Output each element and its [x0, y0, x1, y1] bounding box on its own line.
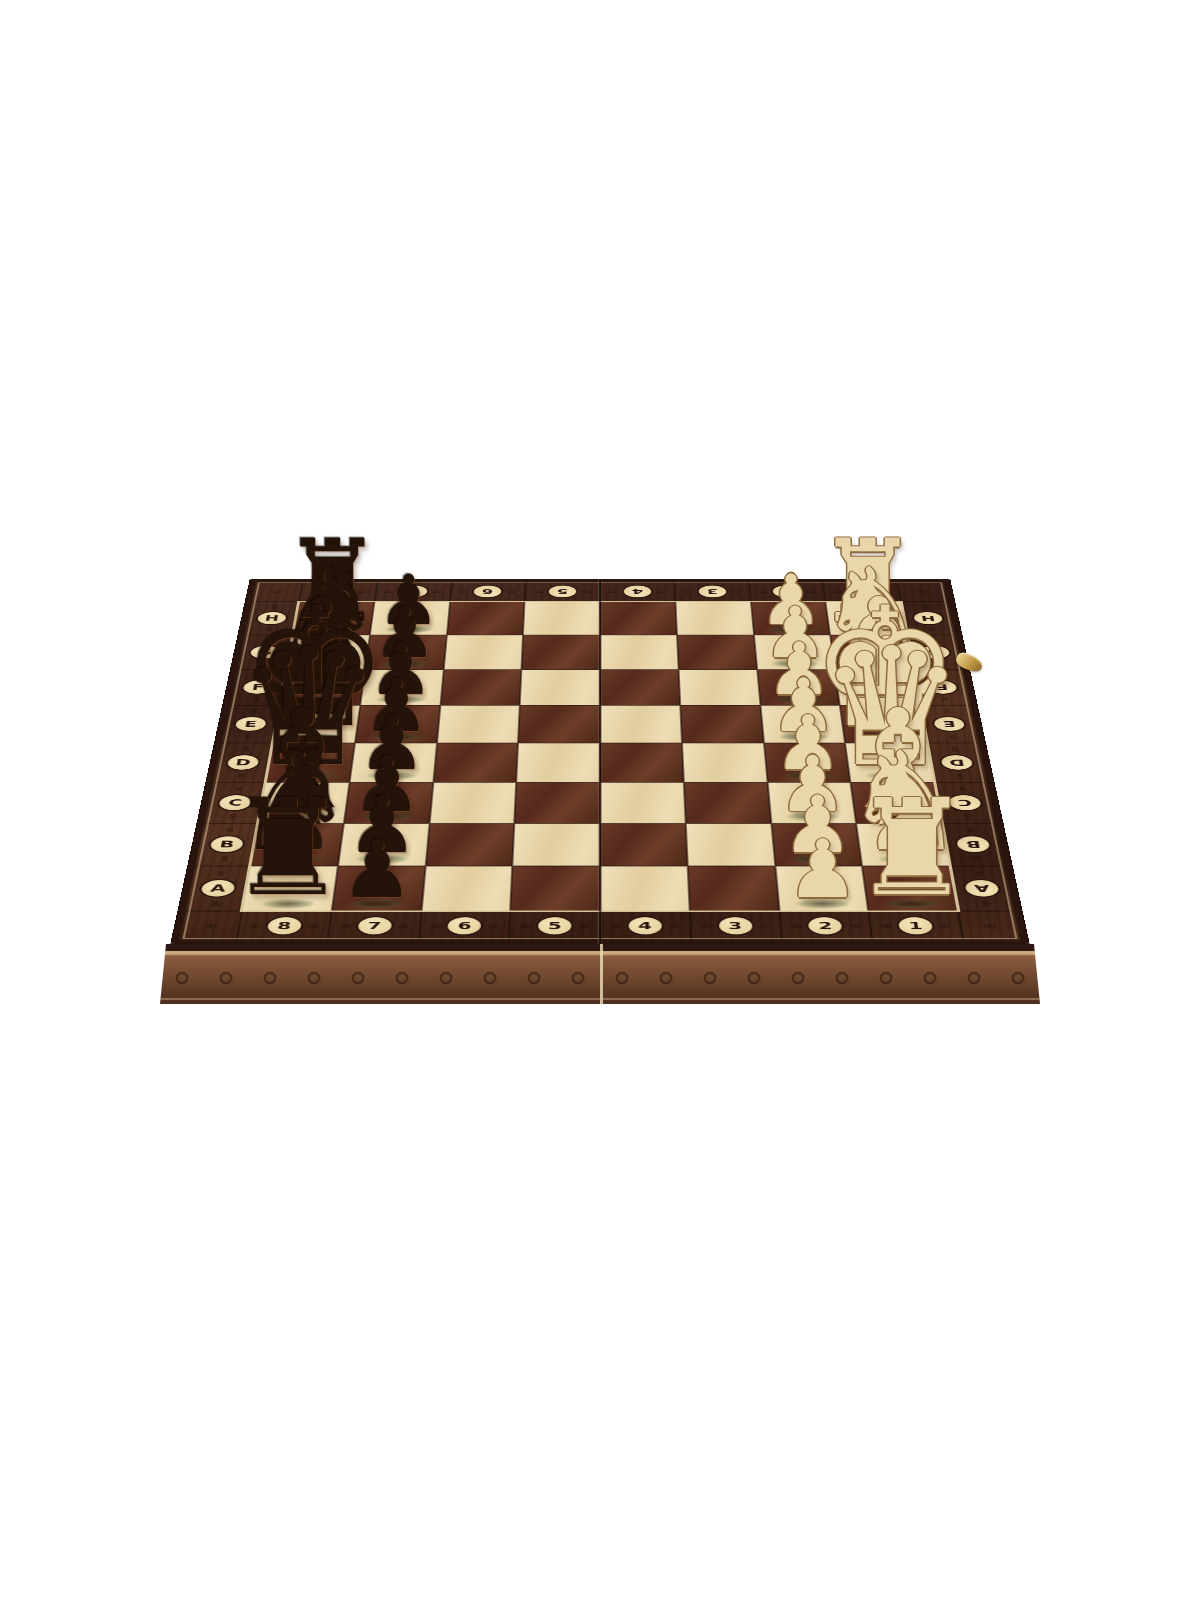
- square-e4: [600, 705, 682, 743]
- square-g7: [365, 635, 447, 670]
- rank-coordinate: 5: [547, 585, 578, 598]
- file-coordinate: F: [924, 680, 960, 695]
- piece-shadow: [781, 853, 856, 866]
- scroll-ornament-icon: ∞: [937, 922, 952, 931]
- file-label-right-A: ∞A∞: [950, 866, 1015, 911]
- square-c6: [429, 782, 516, 823]
- scroll-ornament-icon: ∞: [230, 786, 247, 792]
- square-e8: [273, 705, 360, 743]
- scroll-ornament-icon: ∞: [260, 638, 275, 643]
- square-c1: [851, 782, 942, 823]
- square-a3: [687, 866, 779, 911]
- scroll-ornament-icon: ∞: [939, 709, 955, 715]
- piece-shadow: [840, 659, 907, 670]
- file-coordinate: F: [240, 680, 276, 695]
- front-edge-stripe: [160, 998, 1040, 1000]
- piece-shadow: [356, 770, 427, 782]
- scroll-ornament-icon: ∞: [954, 786, 971, 792]
- square-b8: [250, 823, 343, 866]
- scroll-ornament-icon: ∞: [682, 589, 694, 595]
- scroll-ornament-icon: ∞: [383, 589, 395, 595]
- scroll-ornament-icon: ∞: [255, 661, 270, 666]
- scroll-ornament-icon: ∞: [879, 922, 894, 931]
- piece-shadow: [257, 853, 332, 866]
- square-h5: [523, 602, 600, 635]
- chess-set-photo: ∞∞8∞∞7∞∞6∞∞5∞∞4∞∞3∞∞2∞∞1∞∞∞H∞∞H∞∞G∞∞G∞∞F…: [0, 0, 1200, 1600]
- square-c8: [258, 782, 349, 823]
- file-coordinate: B: [207, 836, 247, 854]
- file-label-left-A: ∞A∞: [185, 866, 250, 911]
- scroll-ornament-icon: ∞: [206, 900, 224, 907]
- rank-label-top-1: ∞1∞: [823, 581, 901, 601]
- border-corner: ∞: [958, 911, 1021, 941]
- square-e3: [680, 705, 763, 743]
- scroll-ornament-icon: ∞: [245, 709, 261, 715]
- scroll-ornament-icon: ∞: [925, 638, 940, 643]
- square-h2: [750, 602, 830, 635]
- file-label-right-E: ∞E∞: [920, 705, 979, 743]
- scroll-ornament-icon: ∞: [832, 589, 844, 595]
- rank-label-top-6: ∞6∞: [450, 581, 526, 601]
- piece-shadow: [765, 694, 833, 705]
- square-f2: [757, 669, 840, 705]
- square-b2: [771, 823, 862, 866]
- piece-shadow: [280, 731, 350, 742]
- square-a6: [421, 866, 513, 911]
- scroll-ornament-icon: ∞: [932, 673, 948, 678]
- scroll-ornament-icon: ∞: [699, 922, 713, 931]
- square-h3: [675, 602, 753, 635]
- scroll-ornament-icon: ∞: [458, 589, 470, 595]
- file-label-left-B: ∞B∞: [195, 823, 259, 866]
- piece-shadow: [351, 810, 424, 822]
- file-coordinate: G: [247, 645, 282, 659]
- scroll-ornament-icon: ∞: [667, 922, 681, 931]
- piece-shadow: [299, 624, 365, 634]
- square-c7: [344, 782, 433, 823]
- square-b5: [513, 823, 600, 866]
- scroll-ornament-icon: ∞: [248, 697, 264, 703]
- file-label-right-D: ∞D∞: [927, 743, 987, 782]
- piece-shadow: [265, 810, 339, 822]
- square-f8: [280, 669, 365, 705]
- file-coordinate: B: [954, 836, 994, 854]
- square-c5: [515, 782, 600, 823]
- square-h4: [600, 602, 677, 635]
- scroll-ornament-icon: ∞: [608, 589, 619, 595]
- scroll-ornament-icon: ∞: [431, 589, 443, 595]
- rank-coordinate: 5: [536, 916, 574, 935]
- square-e5: [518, 705, 600, 743]
- file-coordinate: E: [232, 716, 269, 732]
- square-e1: [840, 705, 927, 743]
- scroll-ornament-icon: ∞: [923, 627, 938, 632]
- piece-shadow: [867, 853, 942, 866]
- rank-label-top-8: ∞8∞: [299, 581, 377, 601]
- scroll-ornament-icon: ∞: [267, 587, 286, 596]
- square-f3: [678, 669, 760, 705]
- rank-coordinate: 8: [264, 916, 305, 935]
- rank-label-top-7: ∞7∞: [374, 581, 451, 601]
- file-label-left-E: ∞E∞: [221, 705, 280, 743]
- scroll-ornament-icon: ∞: [306, 922, 321, 931]
- piece-shadow: [835, 624, 901, 634]
- scroll-ornament-icon: ∞: [224, 813, 241, 819]
- piece-shadow: [769, 731, 839, 742]
- piece-shadow: [366, 694, 434, 705]
- file-coordinate: A: [962, 879, 1003, 898]
- piece-shadow: [762, 659, 829, 670]
- scroll-ornament-icon: ∞: [979, 920, 1000, 933]
- scroll-ornament-icon: ∞: [215, 856, 232, 863]
- scroll-ornament-icon: ∞: [577, 922, 591, 931]
- scroll-ornament-icon: ∞: [533, 589, 545, 595]
- square-a5: [510, 866, 600, 911]
- scroll-ornament-icon: ∞: [914, 587, 932, 596]
- square-f7: [360, 669, 443, 705]
- rank-label-top-5: ∞5∞: [525, 581, 600, 601]
- rank-label-bottom-4: ∞4∞: [600, 911, 691, 941]
- piece-shadow: [874, 897, 951, 911]
- file-coordinate: H: [255, 611, 289, 625]
- square-b3: [685, 823, 774, 866]
- square-d5: [516, 743, 600, 782]
- square-b6: [425, 823, 514, 866]
- scroll-ornament-icon: ∞: [199, 920, 223, 933]
- file-label-right-C: ∞C∞: [934, 782, 996, 823]
- square-g6: [443, 635, 523, 670]
- square-e2: [760, 705, 845, 743]
- front-edge-panel: [160, 944, 1040, 1004]
- piece-shadow: [861, 810, 935, 822]
- file-coordinate: D: [224, 754, 262, 770]
- piece-shadow: [286, 694, 355, 705]
- scroll-ornament-icon: ∞: [757, 589, 769, 595]
- rank-label-bottom-5: ∞5∞: [509, 911, 600, 941]
- square-e7: [355, 705, 440, 743]
- scroll-ornament-icon: ∞: [308, 589, 320, 595]
- rank-coordinate: 4: [626, 916, 664, 935]
- rank-coordinate: 7: [397, 585, 430, 598]
- rank-label-top-3: ∞3∞: [674, 581, 750, 601]
- rank-coordinate: 3: [696, 585, 728, 598]
- file-coordinate: C: [946, 794, 985, 811]
- scroll-ornament-icon: ∞: [789, 922, 804, 931]
- rank-coordinate: 6: [472, 585, 504, 598]
- square-g8: [287, 635, 370, 670]
- file-label-right-H: ∞H∞: [901, 602, 956, 635]
- square-d8: [266, 743, 355, 782]
- rank-label-bottom-7: ∞7∞: [327, 911, 421, 941]
- rank-label-bottom-6: ∞6∞: [418, 911, 510, 941]
- rank-label-top-2: ∞2∞: [749, 581, 826, 601]
- rank-coordinate: 1: [845, 585, 878, 598]
- rank-coordinate: 2: [806, 916, 846, 935]
- square-d7: [349, 743, 436, 782]
- scroll-ornament-icon: ∞: [656, 589, 668, 595]
- scroll-ornament-icon: ∞: [581, 589, 592, 595]
- square-f1: [835, 669, 920, 705]
- hinge-seam-front: [600, 944, 603, 1004]
- rank-label-bottom-1: ∞1∞: [869, 911, 964, 941]
- file-label-right-B: ∞B∞: [942, 823, 1006, 866]
- rank-coordinate: 2: [771, 585, 804, 598]
- scroll-ornament-icon: ∞: [936, 697, 952, 703]
- piece-shadow: [856, 770, 928, 782]
- square-a2: [775, 866, 869, 911]
- border-corner: ∞: [251, 581, 303, 601]
- square-h7: [370, 602, 450, 635]
- rank-coordinate: 7: [355, 916, 395, 935]
- piece-shadow: [249, 897, 326, 911]
- scroll-ornament-icon: ∞: [519, 922, 533, 931]
- piece-shadow: [339, 897, 415, 911]
- piece-shadow: [293, 659, 360, 670]
- square-h8: [293, 602, 374, 635]
- scroll-ornament-icon: ∞: [248, 922, 263, 931]
- rank-label-bottom-3: ∞3∞: [690, 911, 782, 941]
- border-corner: ∞: [179, 911, 242, 941]
- scroll-ornament-icon: ∞: [962, 827, 979, 833]
- scroll-ornament-icon: ∞: [951, 773, 967, 779]
- file-label-left-H: ∞H∞: [244, 602, 299, 635]
- piece-shadow: [273, 770, 345, 782]
- file-label-left-D: ∞D∞: [213, 743, 273, 782]
- square-a1: [862, 866, 958, 911]
- square-e6: [437, 705, 520, 743]
- square-f6: [440, 669, 522, 705]
- square-b7: [338, 823, 429, 866]
- square-d6: [433, 743, 518, 782]
- square-b4: [600, 823, 687, 866]
- chess-board: ∞∞8∞∞7∞∞6∞∞5∞∞4∞∞3∞∞2∞∞1∞∞∞H∞∞H∞∞G∞∞G∞∞F…: [171, 579, 1028, 944]
- square-c3: [684, 782, 771, 823]
- square-d4: [600, 743, 684, 782]
- scroll-ornament-icon: ∞: [338, 922, 353, 931]
- square-a4: [600, 866, 690, 911]
- square-h1: [826, 602, 907, 635]
- piece-shadow: [376, 624, 441, 634]
- file-label-left-C: ∞C∞: [204, 782, 266, 823]
- rank-coordinate: 6: [445, 916, 484, 935]
- scroll-ornament-icon: ∞: [946, 746, 962, 752]
- piece-shadow: [345, 853, 420, 866]
- square-b1: [856, 823, 949, 866]
- scroll-ornament-icon: ∞: [487, 922, 501, 931]
- square-c4: [600, 782, 685, 823]
- square-a7: [331, 866, 425, 911]
- square-f4: [600, 669, 680, 705]
- scroll-ornament-icon: ∞: [805, 589, 817, 595]
- scroll-ornament-icon: ∞: [396, 922, 411, 931]
- rank-coordinate: 1: [895, 916, 936, 935]
- scroll-ornament-icon: ∞: [919, 605, 934, 610]
- scroll-ornament-icon: ∞: [232, 773, 248, 779]
- piece-shadow: [759, 624, 824, 634]
- piece-shadow: [850, 731, 920, 742]
- border-corner: ∞: [897, 581, 949, 601]
- piece-shadow: [776, 810, 849, 822]
- square-g1: [830, 635, 913, 670]
- square-d1: [845, 743, 934, 782]
- scroll-ornament-icon: ∞: [967, 856, 984, 863]
- square-f5: [520, 669, 600, 705]
- piece-shadow: [785, 897, 861, 911]
- file-coordinate: C: [216, 794, 255, 811]
- scroll-ornament-icon: ∞: [253, 673, 269, 678]
- file-label-right-G: ∞G∞: [907, 635, 963, 670]
- scroll-ornament-icon: ∞: [930, 661, 945, 666]
- scroll-ornament-icon: ∞: [959, 813, 976, 819]
- file-label-left-F: ∞F∞: [229, 669, 287, 705]
- square-g2: [754, 635, 836, 670]
- piece-shadow: [361, 731, 431, 742]
- scroll-ornament-icon: ∞: [356, 589, 368, 595]
- file-coordinate: E: [931, 716, 968, 732]
- square-d2: [764, 743, 851, 782]
- rank-label-top-4: ∞4∞: [600, 581, 675, 601]
- scroll-ornament-icon: ∞: [609, 922, 623, 931]
- scroll-ornament-icon: ∞: [506, 589, 518, 595]
- file-label-left-G: ∞G∞: [237, 635, 293, 670]
- scroll-ornament-icon: ∞: [879, 589, 891, 595]
- piece-shadow: [845, 694, 914, 705]
- square-g5: [522, 635, 600, 670]
- scroll-ornament-icon: ∞: [944, 734, 960, 740]
- scroll-ornament-icon: ∞: [238, 746, 254, 752]
- scroll-ornament-icon: ∞: [976, 900, 994, 907]
- piece-shadow: [371, 659, 438, 670]
- file-coordinate: A: [198, 879, 239, 898]
- rank-label-bottom-8: ∞8∞: [237, 911, 332, 941]
- scroll-ornament-icon: ∞: [267, 605, 282, 610]
- scroll-ornament-icon: ∞: [221, 827, 238, 833]
- piece-shadow: [773, 770, 844, 782]
- scroll-ornament-icon: ∞: [970, 870, 987, 877]
- scroll-ornament-icon: ∞: [240, 734, 256, 740]
- scroll-ornament-icon: ∞: [428, 922, 443, 931]
- scroll-ornament-icon: ∞: [847, 922, 862, 931]
- square-h6: [446, 602, 524, 635]
- square-a8: [242, 866, 338, 911]
- square-g4: [600, 635, 678, 670]
- scroll-ornament-icon: ∞: [262, 627, 277, 632]
- rank-coordinate: 4: [622, 585, 653, 598]
- file-coordinate: D: [938, 754, 976, 770]
- square-c2: [767, 782, 856, 823]
- square-g3: [677, 635, 757, 670]
- file-coordinate: H: [911, 611, 945, 625]
- rank-label-bottom-2: ∞2∞: [779, 911, 873, 941]
- rank-coordinate: 3: [716, 916, 755, 935]
- rank-coordinate: 8: [322, 585, 355, 598]
- scroll-ornament-icon: ∞: [757, 922, 772, 931]
- scroll-ornament-icon: ∞: [730, 589, 742, 595]
- file-coordinate: G: [917, 645, 952, 659]
- file-label-right-F: ∞F∞: [913, 669, 971, 705]
- square-d3: [682, 743, 767, 782]
- scroll-ornament-icon: ∞: [212, 870, 229, 877]
